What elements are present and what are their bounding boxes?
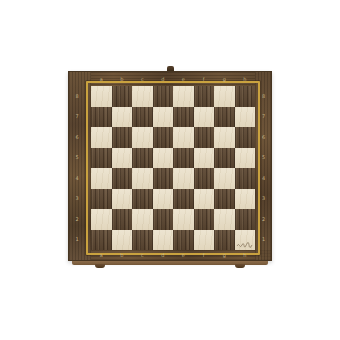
file-labels-top: abcdefgh [91,75,255,83]
square-e4 [173,168,194,189]
coord-label-8: 8 [257,86,270,107]
square-b7 [112,107,133,128]
square-b4 [112,168,133,189]
coord-label-2: 2 [257,209,270,230]
square-e5 [173,148,194,169]
square-b6 [112,127,133,148]
square-c5 [132,148,153,169]
coord-label-c: c [132,251,153,259]
square-e8 [173,86,194,107]
square-g7 [214,107,235,128]
square-g5 [214,148,235,169]
square-g1 [214,230,235,251]
coord-label-3: 3 [257,189,270,210]
rank-labels-left: 87654321 [70,86,84,250]
board-squares [91,86,255,250]
square-g8 [214,86,235,107]
coord-label-f: f [194,75,215,83]
coord-label-g: g [214,75,235,83]
square-f5 [194,148,215,169]
square-a6 [91,127,112,148]
square-d3 [153,189,174,210]
square-h5 [235,148,256,169]
square-h6 [235,127,256,148]
square-a5 [91,148,112,169]
square-d8 [153,86,174,107]
square-c7 [132,107,153,128]
coord-label-4: 4 [70,168,84,189]
square-a3 [91,189,112,210]
square-c1 [132,230,153,251]
square-a7 [91,107,112,128]
coord-label-a: a [91,251,112,259]
square-d2 [153,209,174,230]
coord-label-e: e [173,251,194,259]
square-e3 [173,189,194,210]
square-c8 [132,86,153,107]
square-e7 [173,107,194,128]
coord-label-3: 3 [70,189,84,210]
square-g6 [214,127,235,148]
product-photo: abcdefgh abcdefgh 87654321 87654321 [0,0,340,340]
square-g2 [214,209,235,230]
hinge-foot-left [95,264,105,268]
coord-label-2: 2 [70,209,84,230]
square-a2 [91,209,112,230]
coord-label-d: d [153,251,174,259]
coord-label-b: b [112,75,133,83]
coord-label-1: 1 [257,230,270,251]
square-d5 [153,148,174,169]
coord-label-7: 7 [257,107,270,128]
coord-label-c: c [132,75,153,83]
square-d4 [153,168,174,189]
square-h4 [235,168,256,189]
square-a1 [91,230,112,251]
square-h3 [235,189,256,210]
square-f4 [194,168,215,189]
square-e1 [173,230,194,251]
coord-label-f: f [194,251,215,259]
square-f6 [194,127,215,148]
square-e2 [173,209,194,230]
coord-label-e: e [173,75,194,83]
square-b1 [112,230,133,251]
rank-labels-right: 87654321 [257,86,270,250]
square-g4 [214,168,235,189]
file-labels-bottom: abcdefgh [91,251,255,259]
coord-label-8: 8 [70,86,84,107]
hinge-foot-right [235,264,245,268]
square-c4 [132,168,153,189]
coord-label-b: b [112,251,133,259]
coord-label-5: 5 [257,148,270,169]
coord-label-d: d [153,75,174,83]
square-b2 [112,209,133,230]
coord-label-h: h [235,251,256,259]
square-e6 [173,127,194,148]
square-f1 [194,230,215,251]
coord-label-4: 4 [257,168,270,189]
square-b8 [112,86,133,107]
coord-label-6: 6 [257,127,270,148]
square-c3 [132,189,153,210]
square-f7 [194,107,215,128]
square-d6 [153,127,174,148]
maker-signature [236,242,253,248]
square-d1 [153,230,174,251]
coord-label-6: 6 [70,127,84,148]
chess-board: abcdefgh abcdefgh 87654321 87654321 [68,71,272,261]
coord-label-1: 1 [70,230,84,251]
square-a4 [91,168,112,189]
square-h7 [235,107,256,128]
square-g3 [214,189,235,210]
square-c2 [132,209,153,230]
coord-label-7: 7 [70,107,84,128]
square-b5 [112,148,133,169]
square-a8 [91,86,112,107]
coord-label-g: g [214,251,235,259]
square-h8 [235,86,256,107]
square-b3 [112,189,133,210]
square-h2 [235,209,256,230]
square-f2 [194,209,215,230]
coord-label-5: 5 [70,148,84,169]
square-f8 [194,86,215,107]
square-f3 [194,189,215,210]
coord-label-a: a [91,75,112,83]
square-d7 [153,107,174,128]
coord-label-h: h [235,75,256,83]
square-c6 [132,127,153,148]
